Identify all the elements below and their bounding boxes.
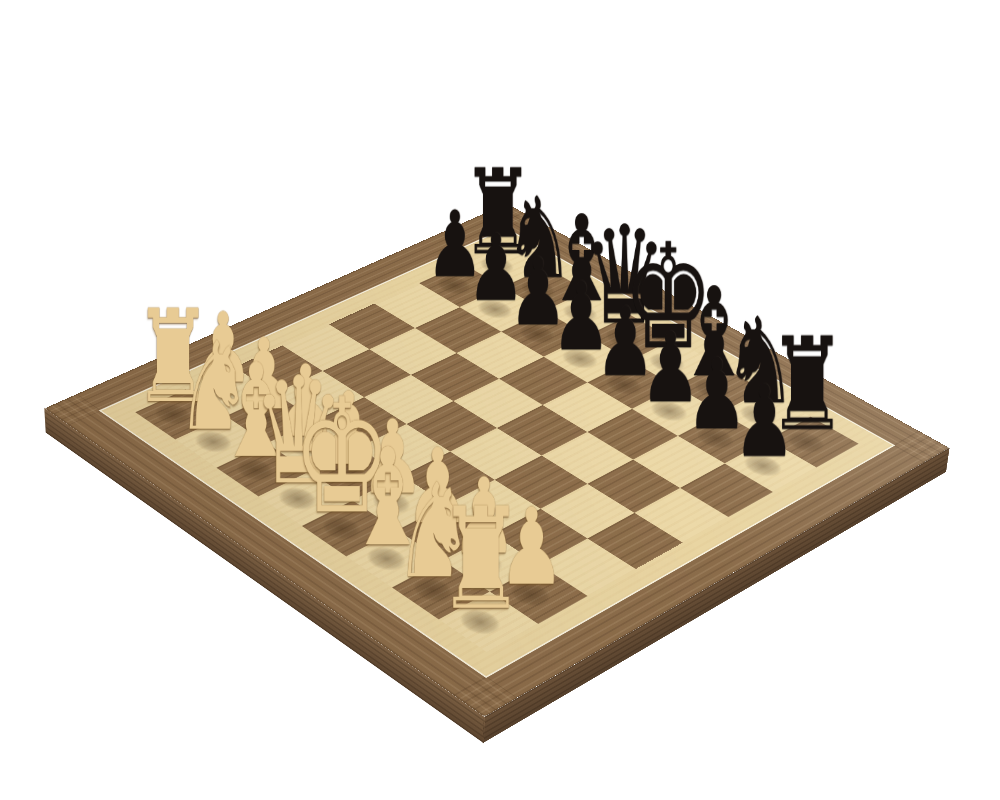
piece-white-rook[interactable]: ♜ (412, 492, 550, 626)
chessboard: ♜♞♝♛♚♝♞♜♟♟♟♟♟♟♟♟♟♟♟♟♟♟♟♟♜♞♝♛♚♝♞♜ (45, 204, 949, 717)
board-frame: ♜♞♝♛♚♝♞♜♟♟♟♟♟♟♟♟♟♟♟♟♟♟♟♟♜♞♝♛♚♝♞♜ (45, 204, 949, 717)
board-grid: ♜♞♝♛♚♝♞♜♟♟♟♟♟♟♟♟♟♟♟♟♟♟♟♟♜♞♝♛♚♝♞♜ (135, 244, 858, 652)
photo-background: ♜♞♝♛♚♝♞♜♟♟♟♟♟♟♟♟♟♟♟♟♟♟♟♟♜♞♝♛♚♝♞♜ (0, 0, 1000, 800)
piece-black-pawn[interactable]: ♟ (700, 375, 828, 469)
